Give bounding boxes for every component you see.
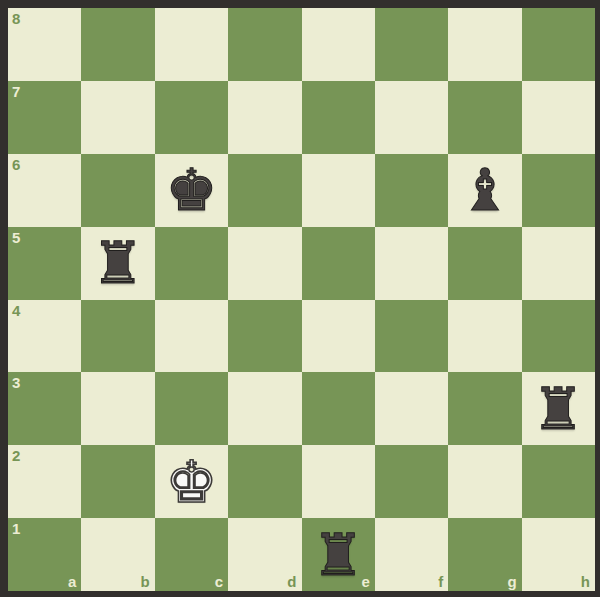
square-f5[interactable] [375, 227, 448, 300]
file-label-g: g [507, 574, 516, 589]
square-b2[interactable] [81, 445, 154, 518]
square-g3[interactable] [448, 372, 521, 445]
rank-label-1: 1 [12, 521, 20, 536]
square-h7[interactable] [522, 81, 595, 154]
square-h6[interactable] [522, 154, 595, 227]
square-a4[interactable]: 4 [8, 300, 81, 373]
square-b8[interactable] [81, 8, 154, 81]
square-e1[interactable]: e♜ [302, 518, 375, 591]
black-bishop[interactable]: ♝ [448, 154, 521, 227]
file-label-b: b [141, 574, 150, 589]
square-d3[interactable] [228, 372, 301, 445]
file-label-f: f [438, 574, 443, 589]
square-h8[interactable] [522, 8, 595, 81]
rank-label-2: 2 [12, 448, 20, 463]
file-label-c: c [215, 574, 223, 589]
square-g6[interactable]: ♝ [448, 154, 521, 227]
rank-label-8: 8 [12, 11, 20, 26]
white-king[interactable]: ♚ [155, 445, 228, 518]
chess-board: 876♚♝5♜43♜2♚1abcde♜fgh [8, 8, 595, 591]
square-b6[interactable] [81, 154, 154, 227]
file-label-a: a [68, 574, 76, 589]
square-f7[interactable] [375, 81, 448, 154]
square-d2[interactable] [228, 445, 301, 518]
square-b5[interactable]: ♜ [81, 227, 154, 300]
black-rook[interactable]: ♜ [81, 227, 154, 300]
black-rook[interactable]: ♜ [522, 372, 595, 445]
square-c8[interactable] [155, 8, 228, 81]
square-c6[interactable]: ♚ [155, 154, 228, 227]
square-a1[interactable]: 1a [8, 518, 81, 591]
square-g5[interactable] [448, 227, 521, 300]
square-b1[interactable]: b [81, 518, 154, 591]
rank-label-3: 3 [12, 375, 20, 390]
square-b4[interactable] [81, 300, 154, 373]
square-c3[interactable] [155, 372, 228, 445]
square-g7[interactable] [448, 81, 521, 154]
file-label-d: d [287, 574, 296, 589]
square-e8[interactable] [302, 8, 375, 81]
square-h1[interactable]: h [522, 518, 595, 591]
square-h4[interactable] [522, 300, 595, 373]
square-f2[interactable] [375, 445, 448, 518]
square-a2[interactable]: 2 [8, 445, 81, 518]
rank-label-5: 5 [12, 230, 20, 245]
square-c5[interactable] [155, 227, 228, 300]
square-a7[interactable]: 7 [8, 81, 81, 154]
square-f3[interactable] [375, 372, 448, 445]
square-f8[interactable] [375, 8, 448, 81]
square-d4[interactable] [228, 300, 301, 373]
square-e3[interactable] [302, 372, 375, 445]
square-c7[interactable] [155, 81, 228, 154]
square-g1[interactable]: g [448, 518, 521, 591]
square-e5[interactable] [302, 227, 375, 300]
square-e7[interactable] [302, 81, 375, 154]
rank-label-6: 6 [12, 157, 20, 172]
square-d5[interactable] [228, 227, 301, 300]
square-b3[interactable] [81, 372, 154, 445]
square-b7[interactable] [81, 81, 154, 154]
rank-label-7: 7 [12, 84, 20, 99]
square-f6[interactable] [375, 154, 448, 227]
square-a5[interactable]: 5 [8, 227, 81, 300]
square-c2[interactable]: ♚ [155, 445, 228, 518]
chess-board-frame: 876♚♝5♜43♜2♚1abcde♜fgh [0, 0, 600, 597]
square-g8[interactable] [448, 8, 521, 81]
rank-label-4: 4 [12, 303, 20, 318]
square-d7[interactable] [228, 81, 301, 154]
square-a3[interactable]: 3 [8, 372, 81, 445]
black-rook[interactable]: ♜ [302, 518, 375, 591]
square-h5[interactable] [522, 227, 595, 300]
square-c4[interactable] [155, 300, 228, 373]
square-a8[interactable]: 8 [8, 8, 81, 81]
file-label-h: h [581, 574, 590, 589]
black-king[interactable]: ♚ [155, 154, 228, 227]
square-a6[interactable]: 6 [8, 154, 81, 227]
square-h3[interactable]: ♜ [522, 372, 595, 445]
square-h2[interactable] [522, 445, 595, 518]
square-d8[interactable] [228, 8, 301, 81]
square-e2[interactable] [302, 445, 375, 518]
square-g4[interactable] [448, 300, 521, 373]
square-g2[interactable] [448, 445, 521, 518]
square-c1[interactable]: c [155, 518, 228, 591]
square-f1[interactable]: f [375, 518, 448, 591]
square-e4[interactable] [302, 300, 375, 373]
square-f4[interactable] [375, 300, 448, 373]
square-e6[interactable] [302, 154, 375, 227]
square-d6[interactable] [228, 154, 301, 227]
square-d1[interactable]: d [228, 518, 301, 591]
